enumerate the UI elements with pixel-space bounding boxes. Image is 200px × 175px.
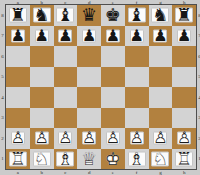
file-label-top-a: a xyxy=(6,0,30,4)
piece-white-king: ♚♔ xyxy=(101,149,125,170)
square-h6[interactable] xyxy=(172,46,196,67)
piece-black-bishop: ♝ xyxy=(54,5,78,26)
piece-outline-glyph: ♙ xyxy=(125,128,149,149)
file-label-top-g: g xyxy=(149,0,173,4)
piece-glyph: ♚ xyxy=(101,5,125,26)
chess-board: ♜♞♝♛♚♝♞♜♟♟♟♟♟♟♟♟♟♙♟♙♟♙♟♙♟♙♟♙♟♙♟♙♜♖♞♘♝♗♛♕… xyxy=(0,0,200,175)
rank-label-right-8: 8 xyxy=(197,5,200,26)
piece-white-knight: ♞♘ xyxy=(30,149,54,170)
piece-outline-glyph: ♙ xyxy=(77,128,101,149)
piece-outline-glyph: ♙ xyxy=(6,128,30,149)
piece-white-pawn: ♟♙ xyxy=(172,128,196,149)
square-f2[interactable]: ♟♙ xyxy=(125,128,149,149)
piece-black-pawn: ♟ xyxy=(77,26,101,47)
piece-glyph: ♞ xyxy=(30,5,54,26)
piece-outline-glyph: ♙ xyxy=(54,128,78,149)
piece-outline-glyph: ♙ xyxy=(30,128,54,149)
file-label-bottom-c: c xyxy=(54,170,78,175)
square-d6[interactable] xyxy=(77,46,101,67)
square-d3[interactable] xyxy=(77,108,101,129)
piece-outline-glyph: ♘ xyxy=(149,149,173,170)
piece-black-rook: ♜ xyxy=(6,5,30,26)
square-g3[interactable] xyxy=(149,108,173,129)
square-d1[interactable]: ♛♕ xyxy=(77,149,101,170)
square-d7[interactable]: ♟ xyxy=(77,26,101,47)
square-d5[interactable] xyxy=(77,67,101,88)
piece-glyph: ♟ xyxy=(172,26,196,47)
piece-glyph: ♝ xyxy=(125,5,149,26)
file-label-bottom-b: b xyxy=(30,170,54,175)
piece-black-rook: ♜ xyxy=(172,5,196,26)
square-c1[interactable]: ♝♗ xyxy=(54,149,78,170)
file-label-top-d: d xyxy=(77,0,101,4)
square-d2[interactable]: ♟♙ xyxy=(77,128,101,149)
piece-glyph: ♟ xyxy=(30,26,54,47)
square-f4[interactable] xyxy=(125,87,149,108)
square-f3[interactable] xyxy=(125,108,149,129)
piece-black-pawn: ♟ xyxy=(30,26,54,47)
square-c6[interactable] xyxy=(54,46,78,67)
square-e3[interactable] xyxy=(101,108,125,129)
square-g8[interactable]: ♞ xyxy=(149,5,173,26)
square-a2[interactable]: ♟♙ xyxy=(6,128,30,149)
piece-white-bishop: ♝♗ xyxy=(54,149,78,170)
file-label-bottom-h: h xyxy=(172,170,196,175)
piece-white-pawn: ♟♙ xyxy=(54,128,78,149)
piece-glyph: ♜ xyxy=(172,5,196,26)
square-c2[interactable]: ♟♙ xyxy=(54,128,78,149)
file-label-top-b: b xyxy=(30,0,54,4)
square-g5[interactable] xyxy=(149,67,173,88)
piece-black-pawn: ♟ xyxy=(6,26,30,47)
piece-white-pawn: ♟♙ xyxy=(149,128,173,149)
piece-white-pawn: ♟♙ xyxy=(101,128,125,149)
piece-white-bishop: ♝♗ xyxy=(125,149,149,170)
file-label-top-e: e xyxy=(101,0,125,4)
piece-glyph: ♟ xyxy=(6,26,30,47)
square-a8[interactable]: ♜ xyxy=(6,5,30,26)
file-label-bottom-e: e xyxy=(101,170,125,175)
square-c3[interactable] xyxy=(54,108,78,129)
square-a7[interactable]: ♟ xyxy=(6,26,30,47)
rank-label-right-6: 6 xyxy=(197,46,200,67)
file-label-bottom-f: f xyxy=(125,170,149,175)
rank-label-left-3: 3 xyxy=(0,108,5,129)
piece-black-pawn: ♟ xyxy=(125,26,149,47)
piece-white-queen: ♛♕ xyxy=(77,149,101,170)
square-c4[interactable] xyxy=(54,87,78,108)
piece-outline-glyph: ♔ xyxy=(101,149,125,170)
file-label-bottom-g: g xyxy=(149,170,173,175)
piece-glyph: ♟ xyxy=(125,26,149,47)
piece-white-pawn: ♟♙ xyxy=(125,128,149,149)
piece-black-knight: ♞ xyxy=(149,5,173,26)
square-b1[interactable]: ♞♘ xyxy=(30,149,54,170)
square-g4[interactable] xyxy=(149,87,173,108)
piece-glyph: ♝ xyxy=(54,5,78,26)
rank-label-left-5: 5 xyxy=(0,67,5,88)
piece-outline-glyph: ♙ xyxy=(101,128,125,149)
square-f6[interactable] xyxy=(125,46,149,67)
piece-black-pawn: ♟ xyxy=(101,26,125,47)
piece-black-knight: ♞ xyxy=(30,5,54,26)
square-b7[interactable]: ♟ xyxy=(30,26,54,47)
piece-glyph: ♞ xyxy=(149,5,173,26)
piece-outline-glyph: ♙ xyxy=(149,128,173,149)
square-a5[interactable] xyxy=(6,67,30,88)
file-label-bottom-a: a xyxy=(6,170,30,175)
square-g1[interactable]: ♞♘ xyxy=(149,149,173,170)
piece-white-rook: ♜♖ xyxy=(6,149,30,170)
piece-black-queen: ♛ xyxy=(77,5,101,26)
rank-label-left-1: 1 xyxy=(0,149,5,170)
square-b2[interactable]: ♟♙ xyxy=(30,128,54,149)
rank-label-right-1: 1 xyxy=(197,149,200,170)
square-e4[interactable] xyxy=(101,87,125,108)
square-g2[interactable]: ♟♙ xyxy=(149,128,173,149)
file-label-top-c: c xyxy=(54,0,78,4)
square-a1[interactable]: ♜♖ xyxy=(6,149,30,170)
square-b5[interactable] xyxy=(30,67,54,88)
rank-label-right-5: 5 xyxy=(197,67,200,88)
file-label-top-h: h xyxy=(172,0,196,4)
square-g6[interactable] xyxy=(149,46,173,67)
board-grid: ♜♞♝♛♚♝♞♜♟♟♟♟♟♟♟♟♟♙♟♙♟♙♟♙♟♙♟♙♟♙♟♙♜♖♞♘♝♗♛♕… xyxy=(5,4,197,170)
piece-outline-glyph: ♗ xyxy=(54,149,78,170)
piece-black-pawn: ♟ xyxy=(149,26,173,47)
square-h5[interactable] xyxy=(172,67,196,88)
rank-label-right-3: 3 xyxy=(197,108,200,129)
piece-black-pawn: ♟ xyxy=(172,26,196,47)
square-c8[interactable]: ♝ xyxy=(54,5,78,26)
piece-white-pawn: ♟♙ xyxy=(30,128,54,149)
square-e2[interactable]: ♟♙ xyxy=(101,128,125,149)
piece-white-pawn: ♟♙ xyxy=(77,128,101,149)
piece-outline-glyph: ♗ xyxy=(125,149,149,170)
rank-label-right-7: 7 xyxy=(197,26,200,47)
piece-glyph: ♛ xyxy=(77,5,101,26)
piece-outline-glyph: ♘ xyxy=(30,149,54,170)
square-a4[interactable] xyxy=(6,87,30,108)
rank-label-left-6: 6 xyxy=(0,46,5,67)
piece-white-pawn: ♟♙ xyxy=(6,128,30,149)
square-e8[interactable]: ♚ xyxy=(101,5,125,26)
square-b6[interactable] xyxy=(30,46,54,67)
piece-glyph: ♟ xyxy=(101,26,125,47)
square-d8[interactable]: ♛ xyxy=(77,5,101,26)
square-h4[interactable] xyxy=(172,87,196,108)
square-a6[interactable] xyxy=(6,46,30,67)
square-a3[interactable] xyxy=(6,108,30,129)
square-h1[interactable]: ♜♖ xyxy=(172,149,196,170)
piece-outline-glyph: ♙ xyxy=(172,128,196,149)
piece-outline-glyph: ♖ xyxy=(6,149,30,170)
square-f7[interactable]: ♟ xyxy=(125,26,149,47)
piece-glyph: ♟ xyxy=(54,26,78,47)
rank-label-left-4: 4 xyxy=(0,87,5,108)
square-g7[interactable]: ♟ xyxy=(149,26,173,47)
piece-glyph: ♟ xyxy=(77,26,101,47)
square-h7[interactable]: ♟ xyxy=(172,26,196,47)
square-f5[interactable] xyxy=(125,67,149,88)
square-f8[interactable]: ♝ xyxy=(125,5,149,26)
rank-label-left-2: 2 xyxy=(0,128,5,149)
piece-black-king: ♚ xyxy=(101,5,125,26)
square-h8[interactable]: ♜ xyxy=(172,5,196,26)
file-label-top-f: f xyxy=(125,0,149,4)
square-h3[interactable] xyxy=(172,108,196,129)
square-e5[interactable] xyxy=(101,67,125,88)
square-h2[interactable]: ♟♙ xyxy=(172,128,196,149)
square-b3[interactable] xyxy=(30,108,54,129)
square-e6[interactable] xyxy=(101,46,125,67)
piece-black-bishop: ♝ xyxy=(125,5,149,26)
piece-outline-glyph: ♕ xyxy=(77,149,101,170)
rank-label-left-7: 7 xyxy=(0,26,5,47)
square-b4[interactable] xyxy=(30,87,54,108)
piece-white-knight: ♞♘ xyxy=(149,149,173,170)
piece-glyph: ♟ xyxy=(149,26,173,47)
square-f1[interactable]: ♝♗ xyxy=(125,149,149,170)
rank-label-right-4: 4 xyxy=(197,87,200,108)
file-label-bottom-d: d xyxy=(77,170,101,175)
rank-label-left-8: 8 xyxy=(0,5,5,26)
square-d4[interactable] xyxy=(77,87,101,108)
rank-label-right-2: 2 xyxy=(197,128,200,149)
piece-white-rook: ♜♖ xyxy=(172,149,196,170)
piece-black-pawn: ♟ xyxy=(54,26,78,47)
square-b8[interactable]: ♞ xyxy=(30,5,54,26)
piece-glyph: ♜ xyxy=(6,5,30,26)
square-c5[interactable] xyxy=(54,67,78,88)
square-e1[interactable]: ♚♔ xyxy=(101,149,125,170)
square-c7[interactable]: ♟ xyxy=(54,26,78,47)
square-e7[interactable]: ♟ xyxy=(101,26,125,47)
piece-outline-glyph: ♖ xyxy=(172,149,196,170)
